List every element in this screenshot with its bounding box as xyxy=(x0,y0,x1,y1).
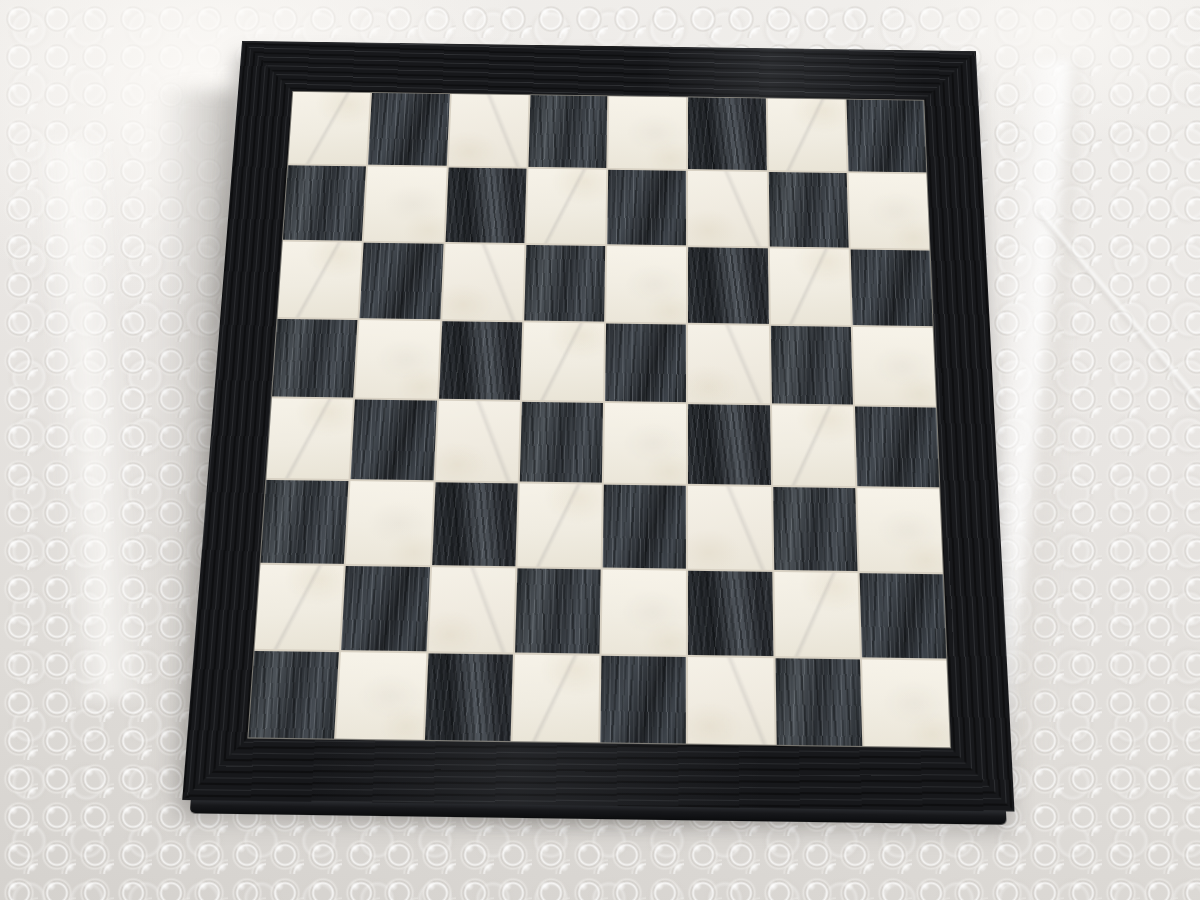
square-d4[interactable] xyxy=(520,402,603,483)
square-c4[interactable] xyxy=(435,401,520,482)
square-d1[interactable] xyxy=(512,654,599,742)
square-h7[interactable] xyxy=(848,173,929,248)
square-d5[interactable] xyxy=(522,322,604,401)
square-f2[interactable] xyxy=(688,570,773,656)
square-b2[interactable] xyxy=(341,565,429,651)
square-e6[interactable] xyxy=(606,246,686,323)
square-a4[interactable] xyxy=(266,398,353,479)
square-g1[interactable] xyxy=(775,658,862,746)
square-f5[interactable] xyxy=(688,324,769,403)
square-g5[interactable] xyxy=(770,326,852,405)
square-g3[interactable] xyxy=(773,487,858,570)
square-b7[interactable] xyxy=(364,167,446,242)
square-f8[interactable] xyxy=(688,97,766,170)
square-e7[interactable] xyxy=(607,170,686,245)
square-c6[interactable] xyxy=(442,243,524,320)
square-a1[interactable] xyxy=(248,651,339,739)
square-c7[interactable] xyxy=(445,168,526,243)
square-g7[interactable] xyxy=(768,172,848,247)
square-c2[interactable] xyxy=(428,567,515,653)
board-grid xyxy=(248,92,949,747)
square-f3[interactable] xyxy=(688,486,771,569)
square-d2[interactable] xyxy=(515,568,601,654)
square-f1[interactable] xyxy=(688,657,774,745)
square-a7[interactable] xyxy=(283,166,366,241)
square-a3[interactable] xyxy=(261,480,349,563)
square-c8[interactable] xyxy=(448,94,528,167)
square-g6[interactable] xyxy=(769,248,850,325)
square-b3[interactable] xyxy=(346,481,433,564)
square-e4[interactable] xyxy=(604,403,686,484)
square-e1[interactable] xyxy=(600,656,686,744)
square-h5[interactable] xyxy=(853,327,936,406)
chess-board xyxy=(182,41,1014,812)
square-f4[interactable] xyxy=(688,404,770,485)
square-e5[interactable] xyxy=(605,323,686,402)
square-b6[interactable] xyxy=(360,242,443,319)
square-d8[interactable] xyxy=(528,95,607,168)
frame-edge-bottom xyxy=(182,737,1014,812)
square-b5[interactable] xyxy=(355,320,439,399)
square-h8[interactable] xyxy=(846,100,926,173)
square-f6[interactable] xyxy=(688,247,768,324)
square-d3[interactable] xyxy=(517,484,602,567)
square-a5[interactable] xyxy=(272,319,358,398)
square-b1[interactable] xyxy=(336,652,425,740)
square-d6[interactable] xyxy=(524,244,605,321)
square-f7[interactable] xyxy=(688,171,767,246)
square-b8[interactable] xyxy=(368,93,449,166)
square-h2[interactable] xyxy=(859,573,946,659)
square-a6[interactable] xyxy=(278,241,362,318)
square-h6[interactable] xyxy=(850,249,932,326)
square-c3[interactable] xyxy=(432,483,518,566)
square-d7[interactable] xyxy=(526,169,606,244)
photo-stage xyxy=(0,0,1200,900)
square-g8[interactable] xyxy=(767,98,846,171)
square-h1[interactable] xyxy=(862,659,950,747)
square-e3[interactable] xyxy=(603,485,686,568)
square-e8[interactable] xyxy=(608,96,686,169)
square-h3[interactable] xyxy=(857,488,943,571)
square-a2[interactable] xyxy=(255,564,344,650)
square-h4[interactable] xyxy=(855,406,940,487)
square-b4[interactable] xyxy=(351,399,437,480)
square-e2[interactable] xyxy=(602,569,687,655)
square-a8[interactable] xyxy=(288,92,370,165)
square-g2[interactable] xyxy=(774,571,860,657)
square-c5[interactable] xyxy=(439,321,522,400)
square-c1[interactable] xyxy=(424,653,512,741)
square-g4[interactable] xyxy=(771,405,854,486)
